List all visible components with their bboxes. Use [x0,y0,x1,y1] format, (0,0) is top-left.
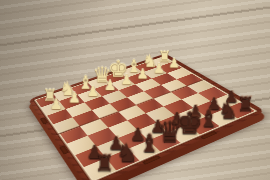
chess-board: ♜♞♝♛♚♝♞♜♟♟♟♟♟♟♟♟♟♟♟♟♟♟♟♟♜♞♝♛♚♝♞♜ [28,53,266,180]
white-pawn-a2[interactable]: ♟ [44,97,68,112]
black-rook-a8[interactable]: ♜ [89,152,119,175]
chess-photo-scene: ♜♞♝♛♚♝♞♜♟♟♟♟♟♟♟♟♟♟♟♟♟♟♟♟♜♞♝♛♚♝♞♜ [0,0,270,180]
board-perspective-wrapper: ♜♞♝♛♚♝♞♜♟♟♟♟♟♟♟♟♟♟♟♟♟♟♟♟♜♞♝♛♚♝♞♜ [0,0,270,180]
